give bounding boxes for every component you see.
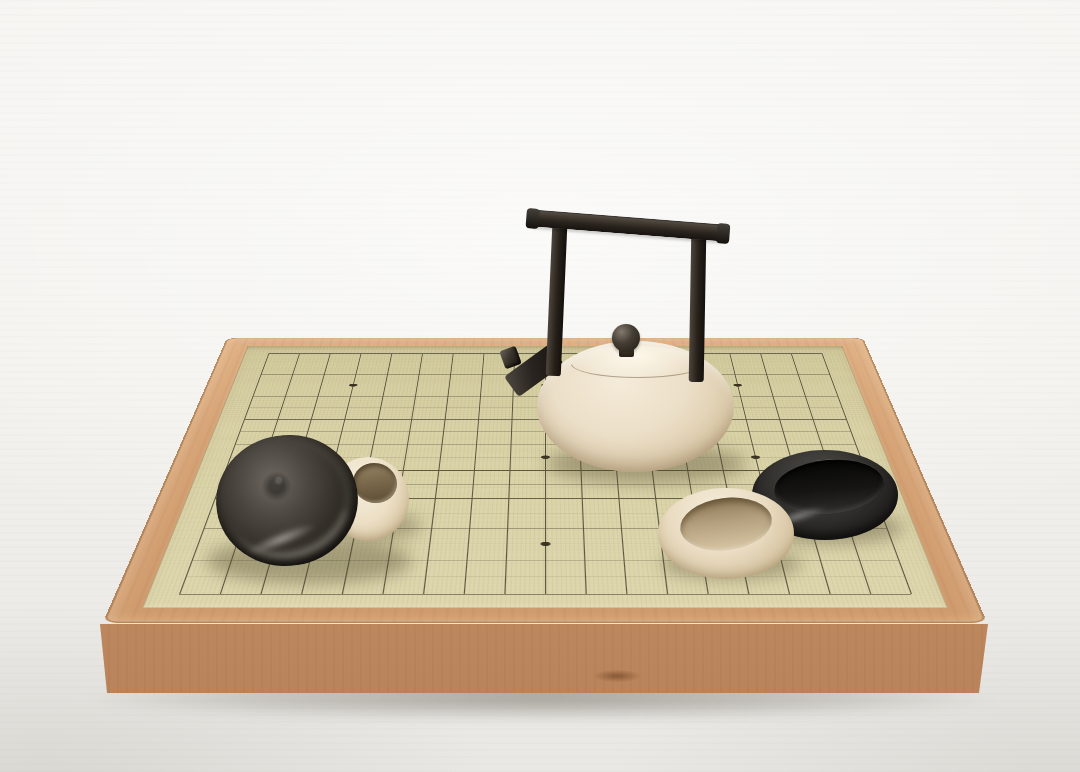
teapot [500, 212, 740, 478]
board-point [804, 348, 838, 358]
board-point [837, 552, 882, 568]
board-point [375, 348, 408, 358]
board-point [564, 552, 604, 568]
board-point [155, 585, 202, 603]
board-point [601, 506, 640, 521]
board-point [425, 425, 460, 437]
board-point [413, 506, 452, 521]
board-point [524, 585, 565, 603]
board-point [430, 391, 464, 402]
board-point [435, 358, 467, 368]
board-point [296, 402, 332, 414]
board-point [489, 491, 526, 505]
board-point [251, 348, 285, 358]
board-point [396, 402, 431, 414]
board-point [565, 568, 606, 585]
board-point [464, 380, 497, 391]
board-point [418, 477, 456, 491]
white-bowl-opening-right [677, 493, 775, 556]
board-point [313, 348, 347, 358]
teapot-handle-right-post [689, 232, 707, 382]
board-point [790, 402, 827, 414]
board-point [400, 380, 434, 391]
board-point [646, 585, 689, 603]
board-point [386, 450, 423, 463]
board-point [605, 585, 647, 603]
board-point [370, 369, 404, 380]
board-point [603, 552, 644, 568]
board-point [784, 380, 820, 391]
board-point [444, 568, 485, 585]
board-point [755, 391, 791, 402]
board-point [746, 358, 780, 368]
board-point [267, 391, 303, 402]
board-point [326, 413, 362, 425]
board-point [398, 391, 432, 402]
board-point [749, 369, 784, 380]
board-point [415, 491, 453, 505]
board-point [823, 402, 860, 414]
board-point [527, 477, 563, 491]
board-point [442, 585, 484, 603]
board-point [263, 402, 300, 414]
board-point [636, 491, 674, 505]
board-point [278, 358, 313, 368]
board-point [827, 413, 865, 425]
board-point [182, 520, 226, 535]
board-point [429, 402, 463, 414]
board-point [365, 391, 400, 402]
board-point [247, 358, 282, 368]
board-point [239, 380, 275, 391]
board-point [564, 536, 603, 552]
board-point [300, 391, 336, 402]
board-point [465, 369, 497, 380]
board-point [686, 585, 730, 603]
board-point [726, 585, 770, 603]
board-point [459, 425, 494, 437]
board-point [455, 464, 492, 478]
board-point [225, 413, 263, 425]
board-point [842, 568, 888, 585]
black-bowl-opening [772, 454, 886, 518]
board-point [402, 369, 435, 380]
board-point [391, 425, 427, 437]
board-point [525, 552, 565, 568]
board-point [467, 358, 499, 368]
board-point [372, 358, 405, 368]
board-point [787, 391, 823, 402]
board-point [292, 413, 329, 425]
board-point [526, 506, 564, 521]
board-point [483, 585, 524, 603]
board-point [271, 380, 307, 391]
board-point [812, 369, 848, 380]
board-point [452, 491, 490, 505]
board-point [423, 438, 459, 451]
board-point [526, 520, 564, 535]
board-point [819, 391, 856, 402]
board-point [807, 585, 853, 603]
board-point [454, 477, 491, 491]
board-point [401, 585, 444, 603]
board-point [761, 413, 798, 425]
board-point [319, 585, 363, 603]
board-point [310, 358, 344, 368]
board-point [600, 491, 638, 505]
board-point [451, 506, 490, 521]
board-point [432, 380, 465, 391]
board-point [282, 348, 316, 358]
board-point [434, 369, 467, 380]
board-point [338, 369, 372, 380]
board-point [427, 413, 462, 425]
board-point [344, 348, 377, 358]
board-point [360, 413, 396, 425]
board-point [847, 585, 893, 603]
board-point [564, 506, 602, 521]
board-point [462, 402, 496, 414]
board-point [802, 438, 841, 451]
board-point [490, 477, 527, 491]
board-point [368, 380, 402, 391]
board-point [487, 536, 526, 552]
board-point [794, 413, 831, 425]
board-point [243, 369, 279, 380]
board-point [488, 520, 527, 535]
board-point [437, 348, 469, 358]
board-point [526, 491, 563, 505]
board-point [162, 568, 208, 585]
board-point [563, 491, 600, 505]
board-point [449, 520, 488, 535]
board-point [406, 552, 447, 568]
board-point [360, 585, 404, 603]
board-point [329, 402, 365, 414]
board-point [420, 464, 457, 478]
board-point [234, 391, 271, 402]
board-point [602, 536, 642, 552]
board-point [175, 536, 219, 552]
board-point [758, 402, 794, 414]
board-point [601, 520, 640, 535]
board-point [486, 552, 526, 568]
board-point [259, 413, 296, 425]
board-point [237, 585, 283, 603]
board-point [357, 425, 393, 437]
teapot-lid-knob [612, 324, 640, 352]
board-point [303, 380, 338, 391]
board-point [752, 380, 787, 391]
board-point [767, 438, 805, 451]
board-point [404, 568, 446, 585]
board-point [831, 425, 870, 437]
board-point [393, 413, 428, 425]
board-point [802, 568, 847, 585]
board-point [278, 585, 323, 603]
board-point [798, 552, 842, 568]
board-point [341, 358, 375, 368]
board-point [836, 438, 875, 451]
board-point [461, 413, 495, 425]
board-point [446, 552, 487, 568]
board-point [565, 585, 606, 603]
board-point [780, 369, 815, 380]
board-point [275, 369, 310, 380]
photo-stage [0, 0, 1080, 772]
board-point [406, 348, 438, 358]
board-point [525, 568, 565, 585]
board-point [881, 568, 927, 585]
white-stone-bowl-open-right [658, 488, 794, 579]
board-point [448, 536, 488, 552]
board-point [354, 438, 391, 451]
board-point [409, 536, 450, 552]
board-point [767, 585, 812, 603]
teapot-body [537, 341, 734, 472]
board-point [230, 402, 267, 414]
board-point [887, 585, 934, 603]
board-point [404, 358, 437, 368]
board-point [604, 568, 645, 585]
board-point [306, 369, 341, 380]
teapot-handle-left-post [546, 226, 568, 377]
board-point [422, 450, 459, 463]
board-point [485, 568, 526, 585]
board-point [457, 450, 493, 463]
board-point [220, 425, 259, 437]
board-point [564, 520, 603, 535]
board-point [489, 506, 527, 521]
hoshi-point [348, 384, 357, 387]
board-point [463, 391, 496, 402]
board-point [468, 348, 500, 358]
board-point [335, 380, 370, 391]
board-point [332, 391, 367, 402]
board-point [777, 358, 812, 368]
hoshi-point [750, 455, 760, 458]
board-point [458, 438, 494, 451]
board-point [389, 438, 426, 451]
board-point [815, 380, 851, 391]
board-point [876, 552, 921, 568]
board-point [798, 425, 836, 437]
board-point [764, 425, 802, 437]
board-point [323, 425, 360, 437]
hoshi-point [540, 542, 550, 546]
board-point [362, 402, 397, 414]
board-point [526, 536, 565, 552]
board-point [743, 348, 777, 358]
board-point [196, 585, 242, 603]
board-point [808, 358, 843, 368]
board-point [774, 348, 808, 358]
